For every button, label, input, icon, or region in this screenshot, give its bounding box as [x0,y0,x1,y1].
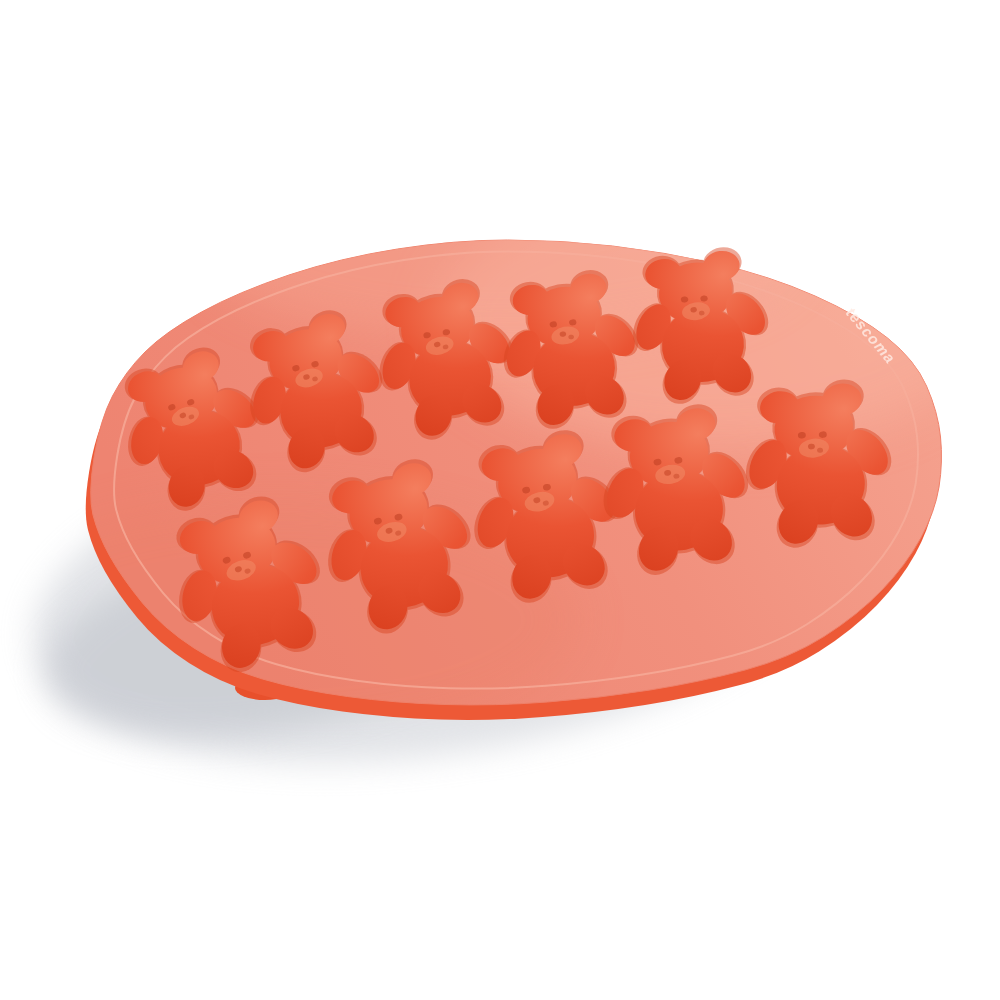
product-photo: tescoma [0,0,1000,1000]
photo-canvas: tescoma [0,0,1000,1000]
